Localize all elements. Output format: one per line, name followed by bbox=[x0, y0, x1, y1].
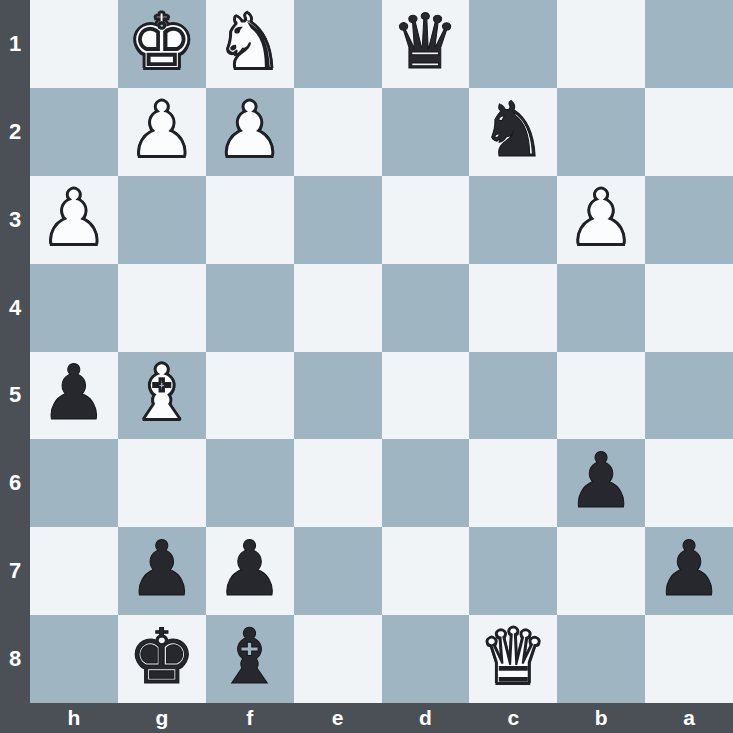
square-g5[interactable]: ♝ bbox=[118, 352, 206, 440]
square-b2[interactable] bbox=[557, 88, 645, 176]
chess-board: ♚♞♛♟♟♞♟♟♟♝♟♟♟♟♚♝♛ bbox=[30, 0, 733, 703]
square-h2[interactable] bbox=[30, 88, 118, 176]
white-pawn[interactable]: ♟ bbox=[40, 180, 108, 256]
square-h8[interactable] bbox=[30, 615, 118, 703]
square-b8[interactable] bbox=[557, 615, 645, 703]
square-h4[interactable] bbox=[30, 264, 118, 352]
square-c8[interactable]: ♛ bbox=[469, 615, 557, 703]
black-queen[interactable]: ♛ bbox=[391, 4, 459, 80]
black-bishop[interactable]: ♝ bbox=[216, 619, 284, 695]
square-d4[interactable] bbox=[382, 264, 470, 352]
square-h7[interactable] bbox=[30, 527, 118, 615]
frame-corner bbox=[0, 703, 30, 733]
square-d2[interactable] bbox=[382, 88, 470, 176]
square-a1[interactable] bbox=[645, 0, 733, 88]
square-f5[interactable] bbox=[206, 352, 294, 440]
square-e4[interactable] bbox=[294, 264, 382, 352]
square-b3[interactable]: ♟ bbox=[557, 176, 645, 264]
square-c1[interactable] bbox=[469, 0, 557, 88]
rank-labels: 12345678 bbox=[0, 0, 30, 703]
rank-label-2: 2 bbox=[0, 88, 30, 176]
square-f8[interactable]: ♝ bbox=[206, 615, 294, 703]
square-g8[interactable]: ♚ bbox=[118, 615, 206, 703]
square-c4[interactable] bbox=[469, 264, 557, 352]
black-pawn[interactable]: ♟ bbox=[128, 531, 196, 607]
square-h3[interactable]: ♟ bbox=[30, 176, 118, 264]
square-f3[interactable] bbox=[206, 176, 294, 264]
square-g4[interactable] bbox=[118, 264, 206, 352]
square-c2[interactable]: ♞ bbox=[469, 88, 557, 176]
square-f6[interactable] bbox=[206, 439, 294, 527]
rank-label-7: 7 bbox=[0, 527, 30, 615]
rank-label-8: 8 bbox=[0, 615, 30, 703]
square-c7[interactable] bbox=[469, 527, 557, 615]
square-d3[interactable] bbox=[382, 176, 470, 264]
square-d8[interactable] bbox=[382, 615, 470, 703]
square-h5[interactable]: ♟ bbox=[30, 352, 118, 440]
square-g2[interactable]: ♟ bbox=[118, 88, 206, 176]
square-a2[interactable] bbox=[645, 88, 733, 176]
square-b5[interactable] bbox=[557, 352, 645, 440]
square-e1[interactable] bbox=[294, 0, 382, 88]
square-c5[interactable] bbox=[469, 352, 557, 440]
black-knight[interactable]: ♞ bbox=[479, 92, 547, 168]
square-e7[interactable] bbox=[294, 527, 382, 615]
file-label-f: f bbox=[206, 703, 294, 733]
square-f7[interactable]: ♟ bbox=[206, 527, 294, 615]
square-a8[interactable] bbox=[645, 615, 733, 703]
square-a7[interactable]: ♟ bbox=[645, 527, 733, 615]
square-b1[interactable] bbox=[557, 0, 645, 88]
chess-board-frame: 12345678 ♚♞♛♟♟♞♟♟♟♝♟♟♟♟♚♝♛ hgfedcba bbox=[0, 0, 733, 733]
square-e2[interactable] bbox=[294, 88, 382, 176]
square-e5[interactable] bbox=[294, 352, 382, 440]
square-f1[interactable]: ♞ bbox=[206, 0, 294, 88]
file-label-b: b bbox=[557, 703, 645, 733]
white-knight[interactable]: ♞ bbox=[216, 4, 284, 80]
black-pawn[interactable]: ♟ bbox=[216, 531, 284, 607]
rank-label-1: 1 bbox=[0, 0, 30, 88]
square-b4[interactable] bbox=[557, 264, 645, 352]
square-e6[interactable] bbox=[294, 439, 382, 527]
square-h6[interactable] bbox=[30, 439, 118, 527]
white-queen[interactable]: ♛ bbox=[479, 619, 547, 695]
white-pawn[interactable]: ♟ bbox=[128, 92, 196, 168]
square-d1[interactable]: ♛ bbox=[382, 0, 470, 88]
black-pawn[interactable]: ♟ bbox=[40, 355, 108, 431]
rank-label-4: 4 bbox=[0, 264, 30, 352]
square-f4[interactable] bbox=[206, 264, 294, 352]
rank-label-5: 5 bbox=[0, 352, 30, 440]
white-bishop[interactable]: ♝ bbox=[128, 355, 196, 431]
file-label-c: c bbox=[469, 703, 557, 733]
file-label-a: a bbox=[645, 703, 733, 733]
square-g1[interactable]: ♚ bbox=[118, 0, 206, 88]
white-king[interactable]: ♚ bbox=[128, 4, 196, 80]
square-f2[interactable]: ♟ bbox=[206, 88, 294, 176]
file-label-e: e bbox=[294, 703, 382, 733]
square-e3[interactable] bbox=[294, 176, 382, 264]
square-a3[interactable] bbox=[645, 176, 733, 264]
square-a6[interactable] bbox=[645, 439, 733, 527]
square-e8[interactable] bbox=[294, 615, 382, 703]
white-pawn[interactable]: ♟ bbox=[216, 92, 284, 168]
square-b6[interactable]: ♟ bbox=[557, 439, 645, 527]
square-b7[interactable] bbox=[557, 527, 645, 615]
square-c6[interactable] bbox=[469, 439, 557, 527]
square-d5[interactable] bbox=[382, 352, 470, 440]
black-pawn[interactable]: ♟ bbox=[655, 531, 723, 607]
square-a4[interactable] bbox=[645, 264, 733, 352]
square-d7[interactable] bbox=[382, 527, 470, 615]
square-g7[interactable]: ♟ bbox=[118, 527, 206, 615]
file-label-g: g bbox=[118, 703, 206, 733]
square-c3[interactable] bbox=[469, 176, 557, 264]
file-label-d: d bbox=[382, 703, 470, 733]
white-pawn[interactable]: ♟ bbox=[567, 180, 635, 256]
square-h1[interactable] bbox=[30, 0, 118, 88]
file-label-h: h bbox=[30, 703, 118, 733]
rank-label-6: 6 bbox=[0, 439, 30, 527]
rank-label-3: 3 bbox=[0, 176, 30, 264]
square-g3[interactable] bbox=[118, 176, 206, 264]
black-king[interactable]: ♚ bbox=[128, 619, 196, 695]
black-pawn[interactable]: ♟ bbox=[567, 443, 635, 519]
square-g6[interactable] bbox=[118, 439, 206, 527]
square-d6[interactable] bbox=[382, 439, 470, 527]
square-a5[interactable] bbox=[645, 352, 733, 440]
file-labels: hgfedcba bbox=[30, 703, 733, 733]
